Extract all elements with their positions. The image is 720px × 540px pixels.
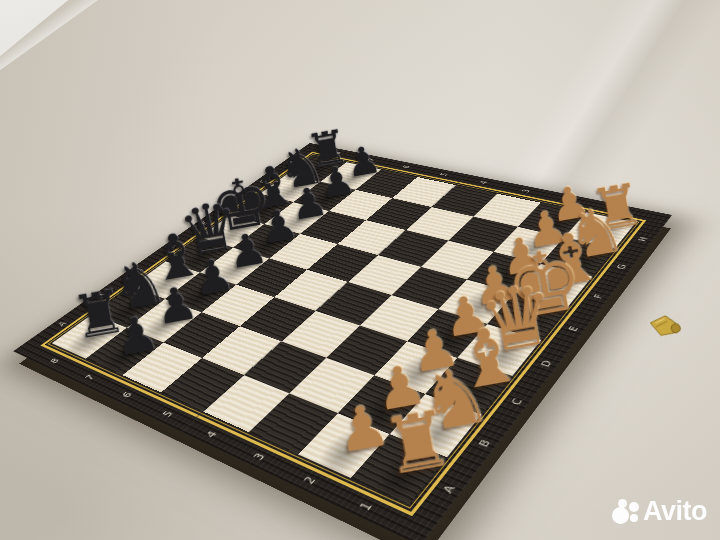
square-h3: [473, 194, 540, 227]
avito-wordmark: Avito: [643, 496, 707, 527]
chessboard-grid: ♜♞♝♛♚♝♞♜♟♟♟♟♟♟♟♟♟♟♟♟♟♟♟♟♜♞♝♛♚♝♞♜: [52, 155, 636, 504]
brass-clasp-icon: [646, 310, 685, 343]
square-f3: [421, 241, 493, 280]
square-g1: ♞: [541, 237, 615, 277]
avito-logo-icon: [612, 498, 638, 526]
avito-watermark: Avito: [612, 496, 707, 527]
table-edge-highlight: [0, 0, 112, 76]
chessboard: ABCDEFGH ABCDEFGH 87654321 87654321 ♜♞♝♛…: [13, 143, 672, 540]
photo-background: ABCDEFGH ABCDEFGH 87654321 87654321 ♜♞♝♛…: [0, 0, 720, 540]
